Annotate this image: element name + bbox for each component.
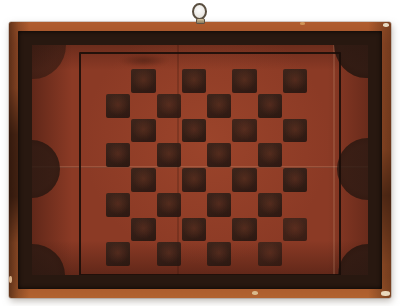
board-square — [258, 143, 283, 168]
board-square — [106, 242, 131, 267]
paint-chip — [383, 23, 389, 27]
board-square — [258, 69, 283, 94]
board-square — [207, 193, 232, 218]
board-square — [106, 218, 131, 243]
paint-chip — [300, 22, 305, 25]
board-square — [106, 94, 131, 119]
frame-inner-lip — [18, 31, 382, 289]
board-square — [207, 94, 232, 119]
board-square — [258, 94, 283, 119]
board-square — [283, 242, 308, 267]
board-square — [131, 168, 156, 193]
board-square — [182, 69, 207, 94]
board-square — [232, 168, 257, 193]
board-square — [106, 168, 131, 193]
board-square — [131, 94, 156, 119]
board-square — [283, 193, 308, 218]
board-square — [232, 119, 257, 144]
board-square — [207, 69, 232, 94]
board-square — [182, 218, 207, 243]
board-square — [131, 119, 156, 144]
board-square — [106, 119, 131, 144]
board-square — [131, 218, 156, 243]
corner-motif-bottom-right — [338, 244, 368, 275]
board-square — [283, 218, 308, 243]
board-square — [182, 193, 207, 218]
board-square — [283, 119, 308, 144]
corner-motif-top-left — [32, 45, 66, 79]
board-square — [258, 168, 283, 193]
paint-chip — [9, 276, 12, 283]
paint-chip — [252, 291, 258, 295]
board-square — [131, 69, 156, 94]
board-square — [157, 242, 182, 267]
board-square — [258, 193, 283, 218]
board-square — [182, 94, 207, 119]
checkerboard-grid — [106, 69, 308, 267]
edge-motif-right — [337, 138, 368, 200]
board-square — [207, 168, 232, 193]
board-square — [232, 193, 257, 218]
board-square — [232, 94, 257, 119]
board-square — [258, 218, 283, 243]
board-square — [207, 143, 232, 168]
board-square — [106, 193, 131, 218]
board-square — [157, 119, 182, 144]
paint-chip — [381, 291, 390, 296]
board-square — [232, 218, 257, 243]
board-square — [182, 119, 207, 144]
board-square — [157, 69, 182, 94]
board-square — [207, 218, 232, 243]
board-square — [232, 143, 257, 168]
board-square — [283, 94, 308, 119]
corner-motif-bottom-left — [32, 244, 65, 275]
board-square — [157, 193, 182, 218]
board-square — [157, 218, 182, 243]
edge-motif-left — [32, 140, 60, 198]
board-square — [207, 119, 232, 144]
board-square — [232, 69, 257, 94]
board-square — [283, 69, 308, 94]
board-square — [157, 168, 182, 193]
photo-background — [0, 0, 400, 306]
board-square — [182, 168, 207, 193]
board-square — [232, 242, 257, 267]
board-square — [258, 242, 283, 267]
board-square — [157, 94, 182, 119]
ring-base — [196, 18, 205, 24]
board-square — [131, 242, 156, 267]
board-square — [157, 143, 182, 168]
board-square — [207, 242, 232, 267]
board-square — [106, 143, 131, 168]
board-field — [32, 45, 368, 275]
board-square — [131, 193, 156, 218]
frame-shading-right — [381, 149, 391, 265]
board-square — [182, 143, 207, 168]
game-board — [9, 22, 391, 298]
board-square — [258, 119, 283, 144]
board-square — [106, 69, 131, 94]
board-square — [283, 168, 308, 193]
board-square — [182, 242, 207, 267]
board-square — [131, 143, 156, 168]
board-square — [283, 143, 308, 168]
